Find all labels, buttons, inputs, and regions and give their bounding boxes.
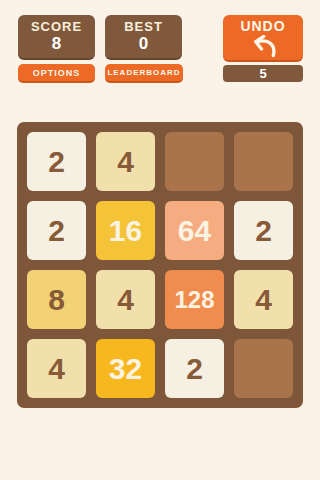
leaderboard-button[interactable]: LEADERBOARD: [105, 64, 183, 83]
tile-4: 4: [96, 132, 155, 191]
undo-count-badge: 5: [223, 65, 303, 82]
tile-64: 64: [165, 201, 224, 260]
undo-button-label: UNDO: [240, 18, 285, 34]
best-value: 0: [139, 34, 148, 54]
undo-count-value: 5: [259, 66, 266, 81]
empty-cell: [234, 339, 293, 398]
best-box: BEST 0: [105, 15, 182, 60]
tile-128: 128: [165, 270, 224, 329]
tile-4: 4: [234, 270, 293, 329]
leaderboard-button-label: LEADERBOARD: [107, 68, 180, 77]
undo-button[interactable]: UNDO: [223, 15, 303, 62]
score-label: SCORE: [31, 19, 82, 35]
tile-32: 32: [96, 339, 155, 398]
undo-arrow-icon: [246, 35, 280, 57]
tile-2: 2: [27, 132, 86, 191]
best-label: BEST: [124, 19, 163, 35]
score-value: 8: [52, 34, 61, 54]
tile-2: 2: [165, 339, 224, 398]
empty-cell: [165, 132, 224, 191]
tile-4: 4: [96, 270, 155, 329]
score-box: SCORE 8: [18, 15, 95, 60]
options-button-label: OPTIONS: [33, 68, 81, 78]
tile-8: 8: [27, 270, 86, 329]
tile-4: 4: [27, 339, 86, 398]
empty-cell: [234, 132, 293, 191]
board[interactable]: 242166428412844322: [17, 122, 303, 408]
options-button[interactable]: OPTIONS: [18, 64, 95, 83]
tile-16: 16: [96, 201, 155, 260]
tile-2: 2: [234, 201, 293, 260]
tile-2: 2: [27, 201, 86, 260]
